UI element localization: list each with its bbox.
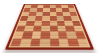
square-e3	[50, 26, 58, 32]
square-h2	[75, 32, 86, 39]
square-c2	[31, 32, 41, 39]
square-d2	[40, 32, 49, 39]
board-grid	[10, 5, 88, 46]
square-d1	[40, 38, 50, 46]
photo-background	[0, 0, 99, 53]
square-g1	[68, 38, 79, 46]
checkerboard	[5, 4, 94, 50]
square-f5	[56, 16, 64, 21]
square-h6	[69, 12, 77, 16]
square-d4	[42, 21, 50, 26]
board-frame	[5, 4, 94, 50]
